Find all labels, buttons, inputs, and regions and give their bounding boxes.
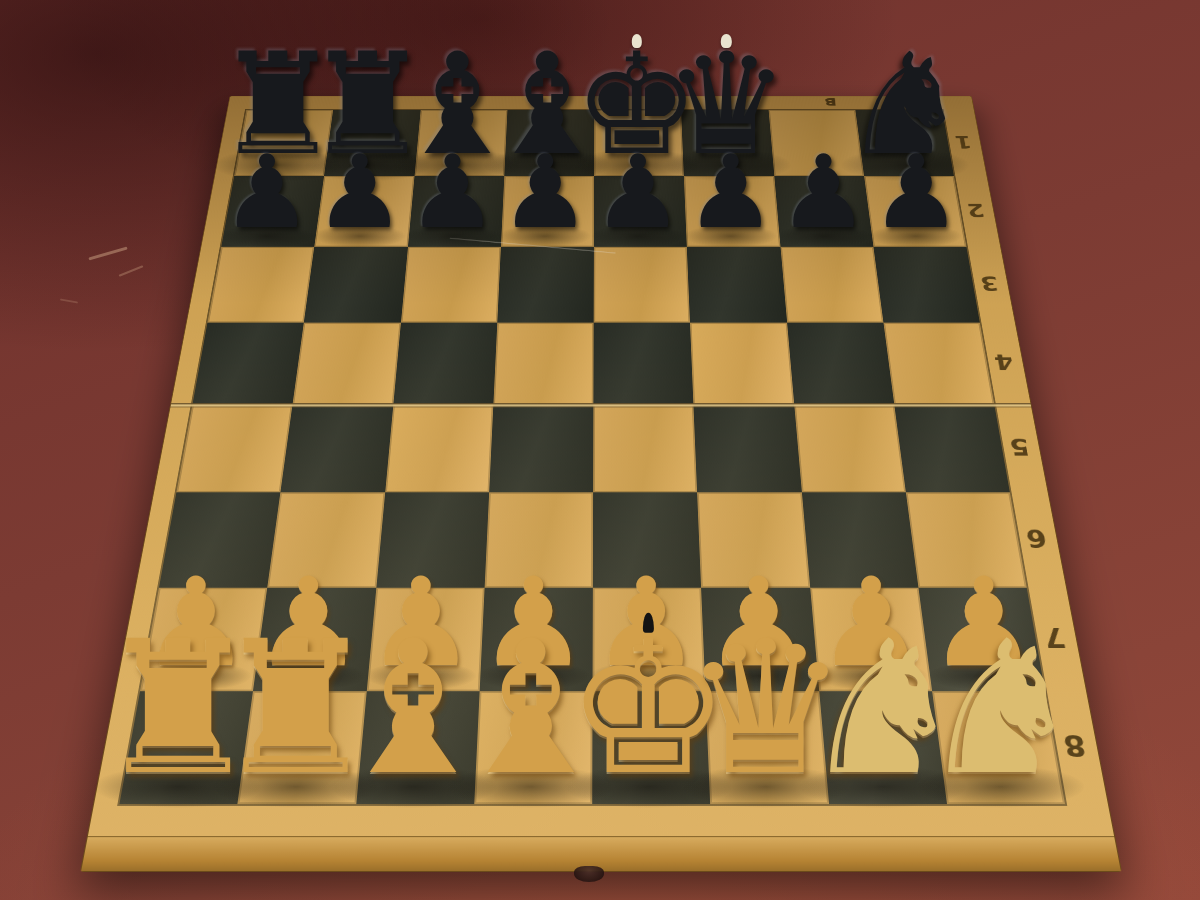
square [484, 492, 593, 587]
square [690, 323, 794, 405]
square [768, 110, 864, 176]
square [221, 176, 324, 247]
rank-number: 4 [992, 349, 1015, 373]
square [894, 404, 1010, 492]
rank-number: 1 [953, 132, 973, 152]
square [787, 323, 894, 405]
square [774, 176, 873, 247]
square [385, 404, 493, 492]
square [701, 588, 818, 692]
square [594, 247, 691, 323]
square [140, 588, 267, 692]
square [594, 176, 687, 247]
square [414, 110, 507, 176]
square [304, 247, 408, 323]
table-scratch [119, 265, 144, 277]
square [356, 691, 480, 804]
square [819, 691, 947, 804]
rank-number: 8 [1061, 728, 1089, 762]
square [593, 588, 706, 692]
square [401, 247, 501, 323]
rank-number: 3 [978, 271, 1000, 294]
square [493, 323, 593, 405]
square [504, 110, 594, 176]
square [932, 691, 1065, 804]
square [873, 247, 980, 323]
square [253, 588, 376, 692]
square [855, 110, 954, 176]
square [906, 492, 1027, 587]
square [119, 691, 253, 804]
square [501, 176, 594, 247]
square [810, 588, 932, 692]
square [592, 691, 710, 804]
square [864, 176, 966, 247]
square [393, 323, 497, 405]
square [366, 588, 484, 692]
play-grid [117, 109, 1067, 806]
square [497, 247, 594, 323]
square [593, 404, 697, 492]
square [293, 323, 401, 405]
rank-number: 5 [1007, 433, 1031, 459]
square [281, 404, 393, 492]
square [267, 492, 384, 587]
square [918, 588, 1045, 692]
square [479, 588, 592, 692]
board-top-margin: в [228, 96, 974, 109]
square [687, 247, 787, 323]
square [780, 247, 883, 323]
rank-number: 7 [1041, 621, 1068, 652]
rank-number: 2 [965, 199, 986, 220]
chess-board: в 12345678 [80, 96, 1122, 872]
square [314, 176, 414, 247]
square [681, 110, 774, 176]
square [238, 691, 367, 804]
square [684, 176, 780, 247]
clasp [574, 866, 604, 882]
square [234, 110, 333, 176]
square [474, 691, 593, 804]
fold-seam [170, 403, 1031, 408]
table-scratch [60, 298, 78, 303]
square [408, 176, 505, 247]
square [794, 404, 906, 492]
square [207, 247, 314, 323]
square [159, 492, 281, 587]
square [697, 492, 809, 587]
square [801, 492, 918, 587]
table-surface: в 12345678 ♜♜♝♝♚♛♞♟♟♟♟♟♟♟♟♟♟♟♟♟♟♟♟♜♜♝♝♚♛… [0, 0, 1200, 900]
square [694, 404, 802, 492]
square [593, 323, 693, 405]
square [193, 323, 304, 405]
square [594, 110, 684, 176]
rank-number: 6 [1024, 523, 1049, 552]
square [489, 404, 593, 492]
square [376, 492, 489, 587]
square [176, 404, 292, 492]
square [883, 323, 994, 405]
file-letter: в [824, 95, 838, 110]
square [593, 492, 701, 587]
board-front-edge [81, 836, 1121, 871]
square [324, 110, 420, 176]
square [706, 691, 829, 804]
table-scratch [88, 247, 127, 261]
